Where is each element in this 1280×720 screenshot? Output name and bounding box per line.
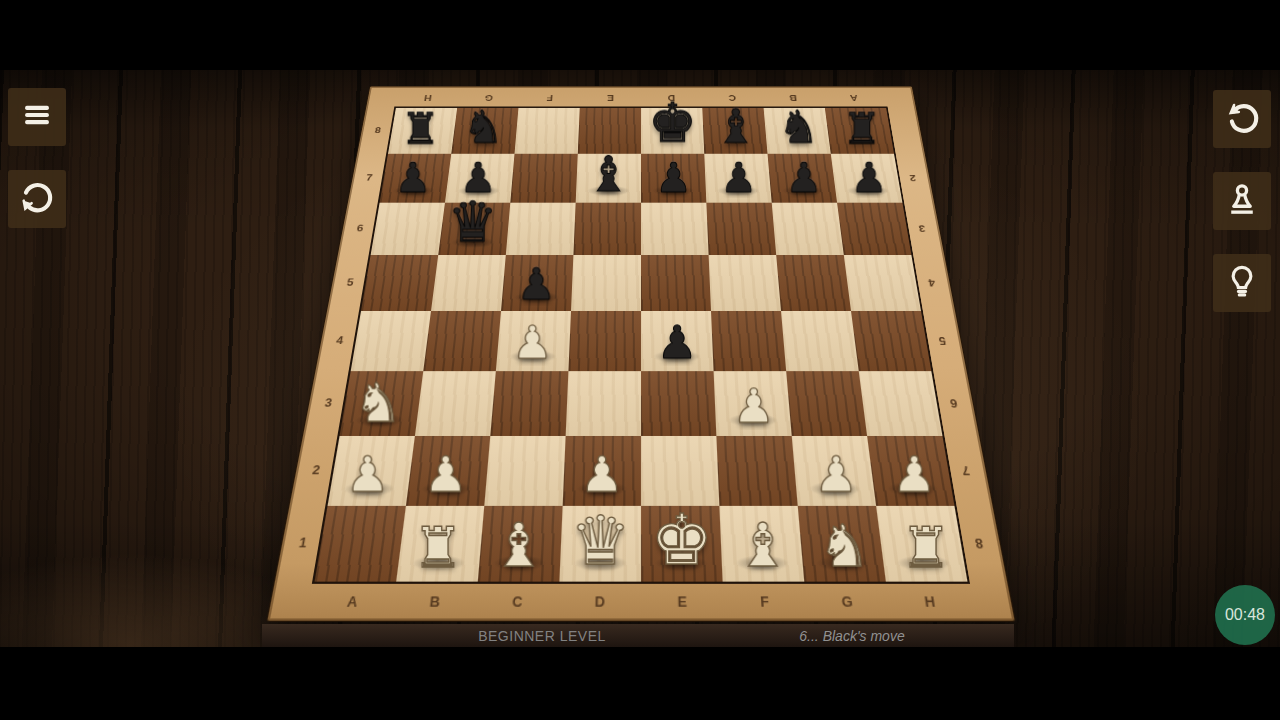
player-pawn-icon [1223,180,1261,222]
status-strip: BEGINNER LEVEL 6... Black's move [262,624,1014,647]
menu-icon [18,96,56,138]
white-bishop-c1[interactable]: ♝ [478,482,559,575]
level-label: BEGINNER LEVEL [382,628,702,644]
player-mode-button[interactable] [1213,172,1271,230]
black-pawn-e4[interactable]: ♟ [641,283,713,366]
white-queen-d1[interactable]: ♛ [560,482,641,575]
undo-button[interactable] [1213,90,1271,148]
menu-button[interactable] [8,88,66,146]
hint-button[interactable] [1213,254,1271,312]
pieces-layer: ♜♞♚♝♞♜♟♟♝♟♟♟♟♛♟♟♟♞♟♟♟♟♟♟♜♝♛♚♝♞♜ [315,108,968,582]
white-bishop-f1[interactable]: ♝ [722,482,803,575]
restart-button[interactable] [8,170,66,228]
chess-app-screen: ABCDEFGH ABCDEFGH 87654321 87654321 ♜♞♚♝… [0,0,1280,720]
clock-time: 00:48 [1225,606,1265,624]
black-pawn-h7[interactable]: ♟ [836,124,901,198]
white-pawn-a2[interactable]: ♟ [329,410,407,499]
white-rook-b1[interactable]: ♜ [397,482,478,575]
white-pawn-f3[interactable]: ♟ [716,344,791,430]
white-king-e1[interactable]: ♚ [641,482,722,575]
hint-bulb-icon [1223,262,1261,304]
chessboard-scene: ABCDEFGH ABCDEFGH 87654321 87654321 ♜♞♚♝… [266,86,1016,622]
move-indicator: 6... Black's move [692,628,1012,644]
restart-icon [18,178,56,220]
undo-icon [1223,98,1261,140]
black-pawn-g7[interactable]: ♟ [771,124,836,198]
black-bishop-d7[interactable]: ♝ [576,124,641,198]
white-knight-g1[interactable]: ♞ [804,482,885,575]
white-pawn-c4[interactable]: ♟ [496,283,568,366]
coord-label: F [519,90,581,106]
white-rook-h1[interactable]: ♜ [885,482,966,575]
black-pawn-a7[interactable]: ♟ [380,124,445,198]
black-pawn-e7[interactable]: ♟ [641,124,706,198]
clock-badge: 00:48 [1215,585,1275,645]
black-queen-b6[interactable]: ♛ [439,173,506,250]
black-pawn-f7[interactable]: ♟ [706,124,771,198]
bottom-letterbox-bar [0,647,1280,720]
top-letterbox-bar [0,0,1280,70]
coord-label: E [580,90,641,106]
